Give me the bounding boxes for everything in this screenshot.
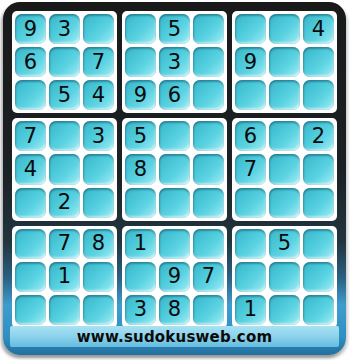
cell-r5-c9[interactable] bbox=[303, 154, 334, 184]
cell-r1-c7[interactable] bbox=[235, 14, 266, 44]
cell-r3-c9[interactable] bbox=[303, 80, 334, 110]
cell-r8-c8[interactable] bbox=[269, 262, 300, 292]
cell-r7-c2[interactable]: 7 bbox=[49, 229, 80, 259]
cell-r5-c3[interactable] bbox=[83, 154, 114, 184]
cell-r7-c6[interactable] bbox=[193, 229, 224, 259]
cell-r2-c4[interactable] bbox=[125, 47, 156, 77]
cell-r4-c1[interactable]: 7 bbox=[15, 121, 46, 151]
cell-r5-c6[interactable] bbox=[193, 154, 224, 184]
cell-r2-c6[interactable] bbox=[193, 47, 224, 77]
cell-r6-c6[interactable] bbox=[193, 188, 224, 218]
cell-r6-c7[interactable] bbox=[235, 188, 266, 218]
cell-r2-c5[interactable]: 3 bbox=[159, 47, 190, 77]
cell-r8-c7[interactable] bbox=[235, 262, 266, 292]
cell-r1-c5[interactable]: 5 bbox=[159, 14, 190, 44]
footer-url-text[interactable]: www.sudokusweb.com bbox=[77, 328, 272, 346]
cell-r3-c8[interactable] bbox=[269, 80, 300, 110]
cell-r6-c9[interactable] bbox=[303, 188, 334, 218]
cell-r7-c5[interactable] bbox=[159, 229, 190, 259]
cell-r6-c8[interactable] bbox=[269, 188, 300, 218]
cell-r4-c8[interactable] bbox=[269, 121, 300, 151]
cell-r1-c3[interactable] bbox=[83, 14, 114, 44]
cell-r1-c9[interactable]: 4 bbox=[303, 14, 334, 44]
box-3-2: 19738 bbox=[122, 226, 227, 328]
cell-r9-c3[interactable] bbox=[83, 295, 114, 325]
cell-r2-c9[interactable] bbox=[303, 47, 334, 77]
cell-r9-c7[interactable]: 1 bbox=[235, 295, 266, 325]
cell-r6-c3[interactable] bbox=[83, 188, 114, 218]
cell-r4-c5[interactable] bbox=[159, 121, 190, 151]
cell-r9-c8[interactable] bbox=[269, 295, 300, 325]
box-2-3: 627 bbox=[232, 118, 337, 220]
sudoku-board: 9367545396497342586277811973851 bbox=[12, 11, 337, 328]
cell-r2-c3[interactable]: 7 bbox=[83, 47, 114, 77]
cell-r1-c8[interactable] bbox=[269, 14, 300, 44]
box-2-1: 7342 bbox=[12, 118, 117, 220]
box-3-3: 51 bbox=[232, 226, 337, 328]
cell-r1-c6[interactable] bbox=[193, 14, 224, 44]
cell-r6-c2[interactable]: 2 bbox=[49, 188, 80, 218]
cell-r8-c4[interactable] bbox=[125, 262, 156, 292]
footer-link[interactable]: www.sudokusweb.com bbox=[10, 326, 339, 347]
cell-r1-c1[interactable]: 9 bbox=[15, 14, 46, 44]
box-3-1: 781 bbox=[12, 226, 117, 328]
cell-r2-c1[interactable]: 6 bbox=[15, 47, 46, 77]
cell-r3-c7[interactable] bbox=[235, 80, 266, 110]
cell-r2-c2[interactable] bbox=[49, 47, 80, 77]
cell-r3-c5[interactable]: 6 bbox=[159, 80, 190, 110]
cell-r3-c2[interactable]: 5 bbox=[49, 80, 80, 110]
cell-r5-c8[interactable] bbox=[269, 154, 300, 184]
cell-r6-c1[interactable] bbox=[15, 188, 46, 218]
cell-r5-c7[interactable]: 7 bbox=[235, 154, 266, 184]
cell-r5-c1[interactable]: 4 bbox=[15, 154, 46, 184]
cell-r7-c8[interactable]: 5 bbox=[269, 229, 300, 259]
box-1-1: 936754 bbox=[12, 11, 117, 113]
box-1-2: 5396 bbox=[122, 11, 227, 113]
cell-r5-c2[interactable] bbox=[49, 154, 80, 184]
cell-r9-c2[interactable] bbox=[49, 295, 80, 325]
cell-r4-c4[interactable]: 5 bbox=[125, 121, 156, 151]
cell-r3-c6[interactable] bbox=[193, 80, 224, 110]
cell-r9-c4[interactable]: 3 bbox=[125, 295, 156, 325]
board-frame: 9367545396497342586277811973851 www.sudo… bbox=[3, 2, 346, 355]
sudoku-widget: 9367545396497342586277811973851 www.sudo… bbox=[0, 0, 350, 360]
cell-r8-c6[interactable]: 7 bbox=[193, 262, 224, 292]
cell-r1-c4[interactable] bbox=[125, 14, 156, 44]
cell-r4-c7[interactable]: 6 bbox=[235, 121, 266, 151]
cell-r2-c7[interactable]: 9 bbox=[235, 47, 266, 77]
cell-r7-c3[interactable]: 8 bbox=[83, 229, 114, 259]
cell-r3-c1[interactable] bbox=[15, 80, 46, 110]
cell-r1-c2[interactable]: 3 bbox=[49, 14, 80, 44]
cell-r8-c3[interactable] bbox=[83, 262, 114, 292]
cell-r7-c7[interactable] bbox=[235, 229, 266, 259]
cell-r7-c9[interactable] bbox=[303, 229, 334, 259]
cell-r4-c9[interactable]: 2 bbox=[303, 121, 334, 151]
cell-r7-c4[interactable]: 1 bbox=[125, 229, 156, 259]
cell-r8-c5[interactable]: 9 bbox=[159, 262, 190, 292]
cell-r4-c2[interactable] bbox=[49, 121, 80, 151]
cell-r2-c8[interactable] bbox=[269, 47, 300, 77]
cell-r5-c4[interactable]: 8 bbox=[125, 154, 156, 184]
cell-r9-c9[interactable] bbox=[303, 295, 334, 325]
cell-r6-c5[interactable] bbox=[159, 188, 190, 218]
cell-r9-c5[interactable]: 8 bbox=[159, 295, 190, 325]
cell-r7-c1[interactable] bbox=[15, 229, 46, 259]
cell-r8-c9[interactable] bbox=[303, 262, 334, 292]
box-1-3: 49 bbox=[232, 11, 337, 113]
cell-r3-c3[interactable]: 4 bbox=[83, 80, 114, 110]
cell-r9-c1[interactable] bbox=[15, 295, 46, 325]
cell-r9-c6[interactable] bbox=[193, 295, 224, 325]
cell-r8-c2[interactable]: 1 bbox=[49, 262, 80, 292]
cell-r6-c4[interactable] bbox=[125, 188, 156, 218]
cell-r5-c5[interactable] bbox=[159, 154, 190, 184]
cell-r8-c1[interactable] bbox=[15, 262, 46, 292]
box-2-2: 58 bbox=[122, 118, 227, 220]
cell-r4-c3[interactable]: 3 bbox=[83, 121, 114, 151]
cell-r3-c4[interactable]: 9 bbox=[125, 80, 156, 110]
cell-r4-c6[interactable] bbox=[193, 121, 224, 151]
